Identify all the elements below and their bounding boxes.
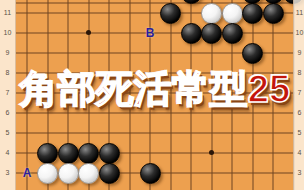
star-point bbox=[86, 30, 91, 35]
row-label-left-4: 4 bbox=[0, 149, 15, 157]
go-stone-white[interactable] bbox=[201, 3, 222, 24]
go-stone-black[interactable] bbox=[181, 23, 202, 44]
go-stone-black[interactable] bbox=[242, 43, 263, 64]
go-stone-white[interactable] bbox=[78, 163, 99, 184]
row-label-left-10: 10 bbox=[0, 29, 15, 37]
go-stone-black[interactable] bbox=[263, 3, 284, 24]
row-label-right-3: 3 bbox=[294, 169, 304, 177]
row-label-right-9: 9 bbox=[294, 49, 304, 57]
row-label-left-6: 6 bbox=[0, 109, 15, 117]
go-stone-black[interactable] bbox=[160, 3, 181, 24]
row-label-left-3: 3 bbox=[0, 169, 15, 177]
star-point bbox=[209, 150, 214, 155]
row-coordinates-right: 11109876543 bbox=[293, 0, 304, 190]
go-stone-black[interactable] bbox=[242, 3, 263, 24]
go-stone-black[interactable] bbox=[78, 143, 99, 164]
row-label-left-7: 7 bbox=[0, 89, 15, 97]
go-stone-black[interactable] bbox=[99, 143, 120, 164]
point-label-B[interactable]: B bbox=[140, 23, 161, 43]
row-label-right-5: 5 bbox=[294, 129, 304, 137]
row-label-right-11: 11 bbox=[294, 9, 304, 17]
go-stone-white[interactable] bbox=[222, 3, 243, 24]
go-stone-black[interactable] bbox=[181, 0, 202, 4]
go-stone-black[interactable] bbox=[222, 23, 243, 44]
go-stone-white[interactable] bbox=[58, 163, 79, 184]
row-label-right-6: 6 bbox=[294, 109, 304, 117]
row-label-right-10: 10 bbox=[294, 29, 304, 37]
row-coordinates-left: 11109876543 bbox=[0, 0, 16, 190]
row-label-left-8: 8 bbox=[0, 69, 15, 77]
go-stone-white[interactable] bbox=[37, 163, 58, 184]
go-stone-black[interactable] bbox=[140, 163, 161, 184]
go-stone-black[interactable] bbox=[58, 143, 79, 164]
go-stone-black[interactable] bbox=[37, 143, 58, 164]
row-label-right-8: 8 bbox=[294, 69, 304, 77]
go-problem-thumbnail: AB 11109876543 11109876543 角部死活常型25 bbox=[0, 0, 304, 190]
row-label-right-4: 4 bbox=[294, 149, 304, 157]
go-stone-black[interactable] bbox=[99, 163, 120, 184]
board-intersections: AB bbox=[17, 0, 304, 183]
row-label-left-11: 11 bbox=[0, 9, 15, 17]
row-label-left-9: 9 bbox=[0, 49, 15, 57]
row-label-right-7: 7 bbox=[294, 89, 304, 97]
row-label-left-5: 5 bbox=[0, 129, 15, 137]
go-board[interactable]: AB 11109876543 11109876543 bbox=[0, 0, 304, 190]
point-label-A[interactable]: A bbox=[17, 163, 38, 183]
go-stone-black[interactable] bbox=[201, 23, 222, 44]
